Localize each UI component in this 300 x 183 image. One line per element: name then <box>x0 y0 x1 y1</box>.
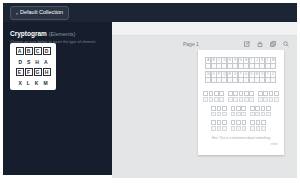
key-blank-box <box>244 63 248 68</box>
cipher-number-box <box>242 126 247 131</box>
answer-letter-box <box>219 91 224 96</box>
answer-letter-box <box>222 106 227 111</box>
cipher-number-box <box>236 112 241 117</box>
answer-cell <box>219 91 224 102</box>
answer-letter-box <box>250 120 255 125</box>
cryptogram-word-rows: , <box>198 91 284 131</box>
tile-plain-row-1: DSHA <box>18 59 47 65</box>
answer-letter-box <box>211 120 216 125</box>
answer-cell <box>241 106 246 117</box>
answer-letter-box <box>249 91 254 96</box>
key-blank-box <box>222 63 226 68</box>
answer-cell <box>222 120 227 131</box>
cipher-number-box <box>241 112 246 117</box>
answer-letter-box <box>231 120 236 125</box>
answer-letter-box <box>231 106 236 111</box>
answer-cell <box>222 106 227 117</box>
answer-cell <box>209 91 214 102</box>
key-blank-box <box>271 63 275 68</box>
sidebar-title-main: Cryptogram <box>10 30 47 37</box>
key-blank-box <box>250 63 254 68</box>
tile-letter: H <box>35 59 39 65</box>
cipher-number-box <box>263 97 268 102</box>
cipher-number-box <box>261 126 266 131</box>
cipher-number-box <box>222 112 227 117</box>
word-group <box>231 120 246 131</box>
padlock-icon[interactable] <box>257 41 263 47</box>
answer-letter-box <box>261 120 266 125</box>
key-blank-box <box>212 77 216 82</box>
answer-cell <box>255 106 260 117</box>
tile-letter: A <box>44 59 48 65</box>
sidebar-title-suffix: (Elements) <box>49 31 76 37</box>
cryptogram-key-row-1: ABCDEFGHIJKLM <box>198 57 284 69</box>
key-cell: Z <box>270 71 276 83</box>
answer-letter-box <box>242 120 247 125</box>
answer-cell <box>236 106 241 117</box>
top-header: ‹ Default Collection <box>3 3 297 22</box>
answer-cell <box>236 120 241 131</box>
tile-letter: L <box>27 80 30 86</box>
tile-letter-box: G <box>34 68 42 76</box>
tile-letter: S <box>27 59 30 65</box>
app-window: ‹ Default Collection Cryptogram (Element… <box>0 0 300 183</box>
cipher-number-box <box>239 97 244 102</box>
punctuation-mark: , <box>270 127 271 131</box>
cryptogram-element-tile[interactable]: ABCDDSHAEFGHXLKM <box>10 43 56 90</box>
cipher-number-box <box>274 97 279 102</box>
word-group <box>258 91 279 102</box>
back-to-collection-button[interactable]: ‹ Default Collection <box>10 6 69 20</box>
key-blank-box <box>266 77 270 82</box>
answer-letter-box <box>255 106 260 111</box>
tile-letter: M <box>43 80 47 86</box>
page-footer-text: index <box>198 142 284 146</box>
cipher-number-box <box>255 112 260 117</box>
answer-letter-box <box>209 91 214 96</box>
cipher-number-box <box>219 97 224 102</box>
word-group <box>211 120 226 131</box>
back-button-label: Default Collection <box>20 10 63 16</box>
sidebar-title: Cryptogram (Elements) <box>10 30 112 38</box>
cryptogram-key-row-2: NOPQRSTUVWXYZ <box>198 71 284 83</box>
answer-letter-box <box>217 120 222 125</box>
word-group <box>231 106 246 117</box>
canvas-toolbar <box>112 22 297 36</box>
tile-letter-box: E <box>16 68 24 76</box>
cipher-number-box <box>266 112 271 117</box>
key-blank-box <box>233 63 237 68</box>
cipher-number-box <box>249 97 254 102</box>
word-group <box>211 106 226 117</box>
answer-letter-box <box>217 106 222 111</box>
key-blank-box <box>228 77 232 82</box>
word-row <box>198 91 284 102</box>
key-blank-box <box>271 77 275 82</box>
key-blank-box <box>233 77 237 82</box>
key-blank-box <box>217 63 221 68</box>
chevron-left-icon: ‹ <box>16 10 18 16</box>
elements-sidebar: Cryptogram (Elements) Choose an icon bel… <box>3 22 112 175</box>
key-blank-box <box>250 77 254 82</box>
key-blank-box <box>266 63 270 68</box>
answer-cell <box>266 106 271 117</box>
word-group <box>228 91 254 102</box>
tile-letter-box: F <box>25 68 33 76</box>
answer-cell <box>258 91 263 102</box>
key-blank-box <box>239 77 243 82</box>
answer-cell <box>231 106 236 117</box>
key-blank-box <box>239 63 243 68</box>
tile-letter: D <box>18 59 22 65</box>
canvas-area: Page 1 <box>112 22 297 178</box>
cipher-number-box <box>217 126 222 131</box>
answer-letter-box <box>261 106 266 111</box>
key-blank-box <box>222 77 226 82</box>
answer-cell <box>242 120 247 131</box>
answer-cell <box>261 106 266 117</box>
answer-cell <box>203 91 208 102</box>
cipher-number-box <box>261 112 266 117</box>
answer-letter-box <box>228 91 233 96</box>
answer-letter-box <box>250 106 255 111</box>
key-blank-box <box>255 63 259 68</box>
answer-letter-box <box>263 91 268 96</box>
cipher-number-box <box>211 126 216 131</box>
cipher-number-box <box>209 97 214 102</box>
tile-letter-box: A <box>16 47 24 55</box>
answer-letter-box <box>274 91 279 96</box>
answer-cell <box>244 91 249 102</box>
magnifier-icon[interactable] <box>283 41 289 47</box>
answer-letter-box <box>244 91 249 96</box>
answer-cell <box>214 91 219 102</box>
answer-cell <box>228 91 233 102</box>
word-group <box>250 106 271 117</box>
key-blank-box <box>217 77 221 82</box>
answer-cell <box>256 120 261 131</box>
tile-letter-box: H <box>43 68 51 76</box>
answer-cell <box>274 91 279 102</box>
key-blank-box <box>206 77 210 82</box>
word-row <box>198 106 284 117</box>
tile-plain-row-2: XLKM <box>18 80 47 86</box>
answer-cell <box>233 91 238 102</box>
answer-cell <box>211 120 216 131</box>
cipher-number-box <box>250 112 255 117</box>
answer-letter-box <box>236 120 241 125</box>
answer-letter-box <box>269 91 274 96</box>
worksheet-page[interactable]: ABCDEFGHIJKLM NOPQRSTUVWXYZ , Hint: This… <box>198 50 284 155</box>
cipher-number-box <box>236 126 241 131</box>
cipher-number-box <box>222 126 227 131</box>
tile-letter-box: B <box>25 47 33 55</box>
answer-cell <box>250 106 255 117</box>
puzzle-hint-text: Hint: This is a statement about somethin… <box>198 136 284 140</box>
answer-letter-box <box>222 120 227 125</box>
key-blank-box <box>260 77 264 82</box>
key-cell: M <box>270 57 276 69</box>
answer-letter-box <box>203 91 208 96</box>
cipher-number-box <box>231 126 236 131</box>
answer-cell <box>217 106 222 117</box>
key-blank-box <box>206 63 210 68</box>
cipher-number-box <box>217 112 222 117</box>
cipher-number-box <box>258 97 263 102</box>
key-blank-box <box>260 63 264 68</box>
answer-cell <box>239 91 244 102</box>
word-group <box>203 91 224 102</box>
cipher-number-box <box>233 97 238 102</box>
pencil-square-icon[interactable] <box>244 41 250 47</box>
answer-letter-box <box>236 106 241 111</box>
answer-letter-box <box>266 106 271 111</box>
key-blank-box <box>255 77 259 82</box>
answer-cell <box>269 91 274 102</box>
key-blank-box <box>212 63 216 68</box>
cipher-number-box <box>211 112 216 117</box>
word-group <box>250 120 265 131</box>
answer-cell <box>231 120 236 131</box>
answer-letter-box <box>233 91 238 96</box>
answer-cell <box>263 91 268 102</box>
tile-letter-box: D <box>43 47 51 55</box>
answer-letter-box <box>239 91 244 96</box>
word-row: , <box>198 120 284 131</box>
answer-letter-box <box>256 120 261 125</box>
tile-boxed-row-2: EFGH <box>16 68 51 76</box>
answer-cell <box>211 106 216 117</box>
answer-cell <box>249 91 254 102</box>
tile-letter-box: C <box>34 47 42 55</box>
tile-letter: X <box>18 80 21 86</box>
cipher-number-box <box>256 126 261 131</box>
page-label: Page 1 <box>183 41 199 47</box>
cipher-number-box <box>269 97 274 102</box>
key-blank-box <box>244 77 248 82</box>
answer-letter-box <box>258 91 263 96</box>
cipher-number-box <box>228 97 233 102</box>
cipher-number-box <box>244 97 249 102</box>
cipher-number-box <box>214 97 219 102</box>
answer-letter-box <box>214 91 219 96</box>
cipher-number-box <box>231 112 236 117</box>
answer-letter-box <box>241 106 246 111</box>
answer-cell <box>250 120 255 131</box>
page-header-row: Page 1 <box>183 40 289 48</box>
answer-cell <box>261 120 266 131</box>
tile-letter: K <box>35 80 39 86</box>
tile-boxed-row-1: ABCD <box>16 47 51 55</box>
key-blank-box <box>228 63 232 68</box>
answer-cell <box>217 120 222 131</box>
cipher-number-box <box>203 97 208 102</box>
page-actions <box>244 41 289 47</box>
cipher-number-box <box>250 126 255 131</box>
copy-icon[interactable] <box>270 41 276 47</box>
answer-letter-box <box>211 106 216 111</box>
